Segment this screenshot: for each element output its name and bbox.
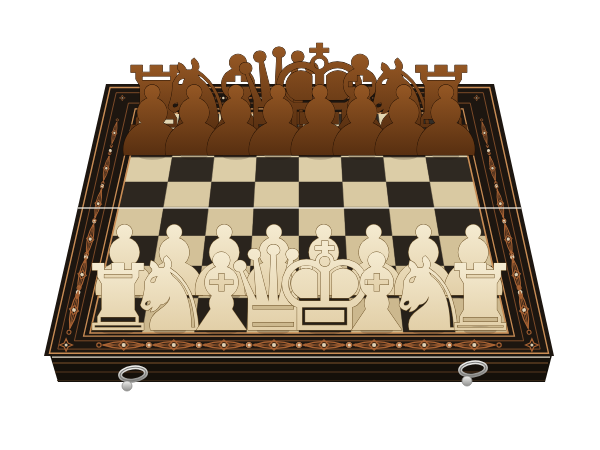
piece-white-rook-h1[interactable]: ♜ — [439, 245, 521, 352]
piece-black-pawn-h7[interactable]: ♟ — [403, 66, 489, 178]
board-svg: ♜♞♝♛♚♝♞♜♟♟♟♟♟♟♟♟♟♟♟♟♟♟♟♟♜♞♝♛♚♝♞♜ — [0, 0, 600, 450]
chess-set-photo: ♜♞♝♛♚♝♞♜♟♟♟♟♟♟♟♟♟♟♟♟♟♟♟♟♜♞♝♛♚♝♞♜ — [0, 0, 600, 450]
